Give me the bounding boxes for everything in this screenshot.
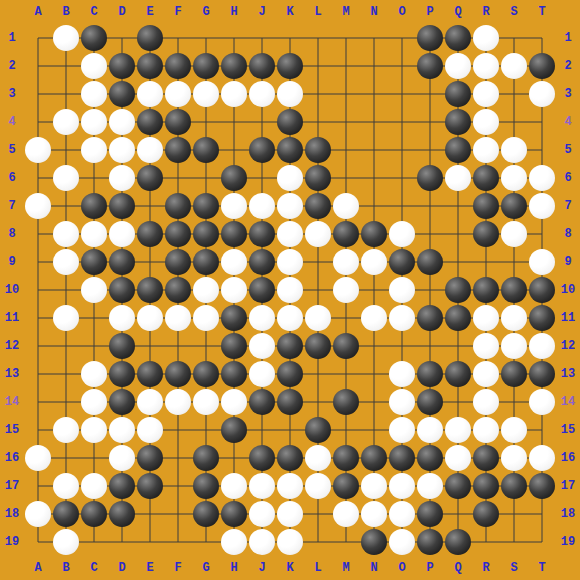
intersection-H12[interactable] — [220, 332, 248, 360]
intersection-B5[interactable] — [52, 136, 80, 164]
intersection-G16[interactable] — [192, 444, 220, 472]
intersection-D14[interactable] — [108, 388, 136, 416]
intersection-E10[interactable] — [136, 276, 164, 304]
intersection-A19[interactable] — [24, 528, 52, 556]
intersection-F11[interactable] — [164, 304, 192, 332]
intersection-D17[interactable] — [108, 472, 136, 500]
intersection-J9[interactable] — [248, 248, 276, 276]
intersection-B19[interactable] — [52, 528, 80, 556]
intersection-S10[interactable] — [500, 276, 528, 304]
intersection-Q2[interactable] — [444, 52, 472, 80]
intersection-G6[interactable] — [192, 164, 220, 192]
intersection-E16[interactable] — [136, 444, 164, 472]
intersection-A17[interactable] — [24, 472, 52, 500]
intersection-K13[interactable] — [276, 360, 304, 388]
intersection-O11[interactable] — [388, 304, 416, 332]
intersection-A4[interactable] — [24, 108, 52, 136]
intersection-B1[interactable] — [52, 24, 80, 52]
intersection-S3[interactable] — [500, 80, 528, 108]
intersection-L16[interactable] — [304, 444, 332, 472]
intersection-H11[interactable] — [220, 304, 248, 332]
intersection-L14[interactable] — [304, 388, 332, 416]
intersection-S12[interactable] — [500, 332, 528, 360]
intersection-S14[interactable] — [500, 388, 528, 416]
intersection-R17[interactable] — [472, 472, 500, 500]
intersection-T7[interactable] — [528, 192, 556, 220]
intersection-D3[interactable] — [108, 80, 136, 108]
intersection-R11[interactable] — [472, 304, 500, 332]
intersection-K8[interactable] — [276, 220, 304, 248]
intersection-O17[interactable] — [388, 472, 416, 500]
intersection-L13[interactable] — [304, 360, 332, 388]
intersection-K5[interactable] — [276, 136, 304, 164]
intersection-R13[interactable] — [472, 360, 500, 388]
intersection-L2[interactable] — [304, 52, 332, 80]
intersection-A14[interactable] — [24, 388, 52, 416]
intersection-D10[interactable] — [108, 276, 136, 304]
intersection-D15[interactable] — [108, 416, 136, 444]
intersection-T6[interactable] — [528, 164, 556, 192]
intersection-Q3[interactable] — [444, 80, 472, 108]
intersection-F18[interactable] — [164, 500, 192, 528]
intersection-K16[interactable] — [276, 444, 304, 472]
intersection-F9[interactable] — [164, 248, 192, 276]
intersection-R9[interactable] — [472, 248, 500, 276]
intersection-A2[interactable] — [24, 52, 52, 80]
intersection-R8[interactable] — [472, 220, 500, 248]
intersection-G5[interactable] — [192, 136, 220, 164]
intersection-E15[interactable] — [136, 416, 164, 444]
intersection-T17[interactable] — [528, 472, 556, 500]
intersection-M7[interactable] — [332, 192, 360, 220]
intersection-N10[interactable] — [360, 276, 388, 304]
intersection-A7[interactable] — [24, 192, 52, 220]
intersection-F15[interactable] — [164, 416, 192, 444]
intersection-B8[interactable] — [52, 220, 80, 248]
intersection-B3[interactable] — [52, 80, 80, 108]
intersection-M12[interactable] — [332, 332, 360, 360]
intersection-C4[interactable] — [80, 108, 108, 136]
intersection-J7[interactable] — [248, 192, 276, 220]
intersection-E12[interactable] — [136, 332, 164, 360]
intersection-B13[interactable] — [52, 360, 80, 388]
intersection-D11[interactable] — [108, 304, 136, 332]
intersection-T4[interactable] — [528, 108, 556, 136]
intersection-S7[interactable] — [500, 192, 528, 220]
intersection-M10[interactable] — [332, 276, 360, 304]
intersection-A13[interactable] — [24, 360, 52, 388]
intersection-S1[interactable] — [500, 24, 528, 52]
intersection-C1[interactable] — [80, 24, 108, 52]
intersection-R5[interactable] — [472, 136, 500, 164]
intersection-B12[interactable] — [52, 332, 80, 360]
intersection-B17[interactable] — [52, 472, 80, 500]
intersection-C16[interactable] — [80, 444, 108, 472]
intersection-C9[interactable] — [80, 248, 108, 276]
intersection-G7[interactable] — [192, 192, 220, 220]
intersection-N9[interactable] — [360, 248, 388, 276]
intersection-T13[interactable] — [528, 360, 556, 388]
intersection-O15[interactable] — [388, 416, 416, 444]
intersection-L8[interactable] — [304, 220, 332, 248]
intersection-C12[interactable] — [80, 332, 108, 360]
intersection-D6[interactable] — [108, 164, 136, 192]
intersection-N15[interactable] — [360, 416, 388, 444]
intersection-F14[interactable] — [164, 388, 192, 416]
intersection-N11[interactable] — [360, 304, 388, 332]
intersection-L17[interactable] — [304, 472, 332, 500]
intersection-P19[interactable] — [416, 528, 444, 556]
intersection-A9[interactable] — [24, 248, 52, 276]
intersection-G9[interactable] — [192, 248, 220, 276]
intersection-N19[interactable] — [360, 528, 388, 556]
intersection-Q18[interactable] — [444, 500, 472, 528]
intersection-L10[interactable] — [304, 276, 332, 304]
intersection-B2[interactable] — [52, 52, 80, 80]
intersection-Q14[interactable] — [444, 388, 472, 416]
intersection-D5[interactable] — [108, 136, 136, 164]
intersection-D18[interactable] — [108, 500, 136, 528]
intersection-Q12[interactable] — [444, 332, 472, 360]
intersection-N18[interactable] — [360, 500, 388, 528]
intersection-B11[interactable] — [52, 304, 80, 332]
intersection-T5[interactable] — [528, 136, 556, 164]
intersection-J13[interactable] — [248, 360, 276, 388]
intersection-F8[interactable] — [164, 220, 192, 248]
intersection-M11[interactable] — [332, 304, 360, 332]
intersection-E17[interactable] — [136, 472, 164, 500]
intersection-O14[interactable] — [388, 388, 416, 416]
intersection-K1[interactable] — [276, 24, 304, 52]
intersection-C3[interactable] — [80, 80, 108, 108]
intersection-B10[interactable] — [52, 276, 80, 304]
intersection-P9[interactable] — [416, 248, 444, 276]
intersection-H15[interactable] — [220, 416, 248, 444]
intersection-S2[interactable] — [500, 52, 528, 80]
intersection-F16[interactable] — [164, 444, 192, 472]
intersection-J1[interactable] — [248, 24, 276, 52]
intersection-O7[interactable] — [388, 192, 416, 220]
intersection-E8[interactable] — [136, 220, 164, 248]
intersection-C15[interactable] — [80, 416, 108, 444]
intersection-D7[interactable] — [108, 192, 136, 220]
intersection-K3[interactable] — [276, 80, 304, 108]
intersection-J12[interactable] — [248, 332, 276, 360]
intersection-N7[interactable] — [360, 192, 388, 220]
intersection-A15[interactable] — [24, 416, 52, 444]
intersection-S11[interactable] — [500, 304, 528, 332]
intersection-S4[interactable] — [500, 108, 528, 136]
intersection-B7[interactable] — [52, 192, 80, 220]
intersection-A3[interactable] — [24, 80, 52, 108]
intersection-C2[interactable] — [80, 52, 108, 80]
intersection-S9[interactable] — [500, 248, 528, 276]
intersection-F19[interactable] — [164, 528, 192, 556]
intersection-S19[interactable] — [500, 528, 528, 556]
intersection-D4[interactable] — [108, 108, 136, 136]
intersection-N2[interactable] — [360, 52, 388, 80]
intersection-Q6[interactable] — [444, 164, 472, 192]
intersection-D19[interactable] — [108, 528, 136, 556]
intersection-T14[interactable] — [528, 388, 556, 416]
intersection-S6[interactable] — [500, 164, 528, 192]
intersection-P14[interactable] — [416, 388, 444, 416]
intersection-R10[interactable] — [472, 276, 500, 304]
intersection-F6[interactable] — [164, 164, 192, 192]
intersection-R16[interactable] — [472, 444, 500, 472]
intersection-T10[interactable] — [528, 276, 556, 304]
intersection-K7[interactable] — [276, 192, 304, 220]
intersection-F7[interactable] — [164, 192, 192, 220]
intersection-R19[interactable] — [472, 528, 500, 556]
intersection-G3[interactable] — [192, 80, 220, 108]
intersection-L11[interactable] — [304, 304, 332, 332]
intersection-S17[interactable] — [500, 472, 528, 500]
intersection-L19[interactable] — [304, 528, 332, 556]
intersection-L1[interactable] — [304, 24, 332, 52]
intersection-B18[interactable] — [52, 500, 80, 528]
intersection-C11[interactable] — [80, 304, 108, 332]
intersection-A18[interactable] — [24, 500, 52, 528]
intersection-P3[interactable] — [416, 80, 444, 108]
intersection-B15[interactable] — [52, 416, 80, 444]
intersection-K17[interactable] — [276, 472, 304, 500]
intersection-G13[interactable] — [192, 360, 220, 388]
intersection-N1[interactable] — [360, 24, 388, 52]
intersection-J17[interactable] — [248, 472, 276, 500]
intersection-H18[interactable] — [220, 500, 248, 528]
intersection-K19[interactable] — [276, 528, 304, 556]
intersection-N16[interactable] — [360, 444, 388, 472]
intersection-G10[interactable] — [192, 276, 220, 304]
intersection-Q19[interactable] — [444, 528, 472, 556]
intersection-J8[interactable] — [248, 220, 276, 248]
intersection-T9[interactable] — [528, 248, 556, 276]
intersection-R15[interactable] — [472, 416, 500, 444]
intersection-L9[interactable] — [304, 248, 332, 276]
intersection-M14[interactable] — [332, 388, 360, 416]
intersection-C6[interactable] — [80, 164, 108, 192]
intersection-T8[interactable] — [528, 220, 556, 248]
intersection-E1[interactable] — [136, 24, 164, 52]
intersection-Q10[interactable] — [444, 276, 472, 304]
intersection-P16[interactable] — [416, 444, 444, 472]
intersection-K18[interactable] — [276, 500, 304, 528]
intersection-E2[interactable] — [136, 52, 164, 80]
intersection-P13[interactable] — [416, 360, 444, 388]
intersection-S18[interactable] — [500, 500, 528, 528]
intersection-K15[interactable] — [276, 416, 304, 444]
intersection-M5[interactable] — [332, 136, 360, 164]
intersection-E5[interactable] — [136, 136, 164, 164]
intersection-T15[interactable] — [528, 416, 556, 444]
intersection-N17[interactable] — [360, 472, 388, 500]
intersection-E3[interactable] — [136, 80, 164, 108]
intersection-H19[interactable] — [220, 528, 248, 556]
intersection-T11[interactable] — [528, 304, 556, 332]
intersection-C17[interactable] — [80, 472, 108, 500]
intersection-C13[interactable] — [80, 360, 108, 388]
intersection-F17[interactable] — [164, 472, 192, 500]
intersection-E19[interactable] — [136, 528, 164, 556]
intersection-P1[interactable] — [416, 24, 444, 52]
intersection-G14[interactable] — [192, 388, 220, 416]
intersection-J4[interactable] — [248, 108, 276, 136]
intersection-J15[interactable] — [248, 416, 276, 444]
intersection-G18[interactable] — [192, 500, 220, 528]
intersection-P18[interactable] — [416, 500, 444, 528]
intersection-N6[interactable] — [360, 164, 388, 192]
intersection-F1[interactable] — [164, 24, 192, 52]
intersection-A16[interactable] — [24, 444, 52, 472]
intersection-K2[interactable] — [276, 52, 304, 80]
intersection-F5[interactable] — [164, 136, 192, 164]
intersection-J10[interactable] — [248, 276, 276, 304]
intersection-M13[interactable] — [332, 360, 360, 388]
intersection-R7[interactable] — [472, 192, 500, 220]
intersection-H2[interactable] — [220, 52, 248, 80]
intersection-A11[interactable] — [24, 304, 52, 332]
intersection-R14[interactable] — [472, 388, 500, 416]
intersection-E9[interactable] — [136, 248, 164, 276]
intersection-E7[interactable] — [136, 192, 164, 220]
intersection-A10[interactable] — [24, 276, 52, 304]
intersection-H5[interactable] — [220, 136, 248, 164]
intersection-R12[interactable] — [472, 332, 500, 360]
intersection-K14[interactable] — [276, 388, 304, 416]
intersection-A1[interactable] — [24, 24, 52, 52]
intersection-P2[interactable] — [416, 52, 444, 80]
intersection-G19[interactable] — [192, 528, 220, 556]
intersection-M1[interactable] — [332, 24, 360, 52]
intersection-T19[interactable] — [528, 528, 556, 556]
intersection-O13[interactable] — [388, 360, 416, 388]
intersection-B16[interactable] — [52, 444, 80, 472]
intersection-O5[interactable] — [388, 136, 416, 164]
intersection-T16[interactable] — [528, 444, 556, 472]
intersection-Q1[interactable] — [444, 24, 472, 52]
intersection-M9[interactable] — [332, 248, 360, 276]
intersection-K10[interactable] — [276, 276, 304, 304]
intersection-O4[interactable] — [388, 108, 416, 136]
intersection-S5[interactable] — [500, 136, 528, 164]
intersection-A8[interactable] — [24, 220, 52, 248]
intersection-J3[interactable] — [248, 80, 276, 108]
intersection-L15[interactable] — [304, 416, 332, 444]
intersection-A5[interactable] — [24, 136, 52, 164]
intersection-M17[interactable] — [332, 472, 360, 500]
intersection-P17[interactable] — [416, 472, 444, 500]
intersection-O9[interactable] — [388, 248, 416, 276]
intersection-Q7[interactable] — [444, 192, 472, 220]
intersection-J6[interactable] — [248, 164, 276, 192]
intersection-L18[interactable] — [304, 500, 332, 528]
intersection-E13[interactable] — [136, 360, 164, 388]
intersection-H4[interactable] — [220, 108, 248, 136]
intersection-H7[interactable] — [220, 192, 248, 220]
intersection-Q13[interactable] — [444, 360, 472, 388]
intersection-G2[interactable] — [192, 52, 220, 80]
intersection-O18[interactable] — [388, 500, 416, 528]
intersection-H16[interactable] — [220, 444, 248, 472]
intersection-R4[interactable] — [472, 108, 500, 136]
intersection-H14[interactable] — [220, 388, 248, 416]
intersection-T2[interactable] — [528, 52, 556, 80]
intersection-N3[interactable] — [360, 80, 388, 108]
intersection-J16[interactable] — [248, 444, 276, 472]
intersection-M2[interactable] — [332, 52, 360, 80]
intersection-F4[interactable] — [164, 108, 192, 136]
intersection-P15[interactable] — [416, 416, 444, 444]
intersection-F13[interactable] — [164, 360, 192, 388]
intersection-R3[interactable] — [472, 80, 500, 108]
intersection-Q5[interactable] — [444, 136, 472, 164]
intersection-C7[interactable] — [80, 192, 108, 220]
intersection-Q9[interactable] — [444, 248, 472, 276]
intersection-Q8[interactable] — [444, 220, 472, 248]
intersection-O1[interactable] — [388, 24, 416, 52]
intersection-O2[interactable] — [388, 52, 416, 80]
intersection-H8[interactable] — [220, 220, 248, 248]
intersection-O6[interactable] — [388, 164, 416, 192]
intersection-H9[interactable] — [220, 248, 248, 276]
intersection-C18[interactable] — [80, 500, 108, 528]
intersection-K6[interactable] — [276, 164, 304, 192]
intersection-K12[interactable] — [276, 332, 304, 360]
intersection-J5[interactable] — [248, 136, 276, 164]
intersection-S15[interactable] — [500, 416, 528, 444]
intersection-L7[interactable] — [304, 192, 332, 220]
intersection-M16[interactable] — [332, 444, 360, 472]
intersection-L5[interactable] — [304, 136, 332, 164]
intersection-P8[interactable] — [416, 220, 444, 248]
intersection-M6[interactable] — [332, 164, 360, 192]
intersection-P7[interactable] — [416, 192, 444, 220]
intersection-E11[interactable] — [136, 304, 164, 332]
intersection-E14[interactable] — [136, 388, 164, 416]
intersection-B9[interactable] — [52, 248, 80, 276]
intersection-G1[interactable] — [192, 24, 220, 52]
intersection-T12[interactable] — [528, 332, 556, 360]
intersection-M3[interactable] — [332, 80, 360, 108]
intersection-Q16[interactable] — [444, 444, 472, 472]
intersection-K11[interactable] — [276, 304, 304, 332]
intersection-C19[interactable] — [80, 528, 108, 556]
intersection-G11[interactable] — [192, 304, 220, 332]
intersection-E6[interactable] — [136, 164, 164, 192]
intersection-N8[interactable] — [360, 220, 388, 248]
intersection-L3[interactable] — [304, 80, 332, 108]
intersection-H13[interactable] — [220, 360, 248, 388]
intersection-H6[interactable] — [220, 164, 248, 192]
intersection-K9[interactable] — [276, 248, 304, 276]
intersection-B14[interactable] — [52, 388, 80, 416]
intersection-N13[interactable] — [360, 360, 388, 388]
intersection-C14[interactable] — [80, 388, 108, 416]
intersection-Q4[interactable] — [444, 108, 472, 136]
intersection-Q11[interactable] — [444, 304, 472, 332]
intersection-G17[interactable] — [192, 472, 220, 500]
intersection-H1[interactable] — [220, 24, 248, 52]
intersection-D12[interactable] — [108, 332, 136, 360]
intersection-G8[interactable] — [192, 220, 220, 248]
intersection-L12[interactable] — [304, 332, 332, 360]
intersection-K4[interactable] — [276, 108, 304, 136]
intersection-O8[interactable] — [388, 220, 416, 248]
intersection-D8[interactable] — [108, 220, 136, 248]
intersection-M8[interactable] — [332, 220, 360, 248]
intersection-F2[interactable] — [164, 52, 192, 80]
